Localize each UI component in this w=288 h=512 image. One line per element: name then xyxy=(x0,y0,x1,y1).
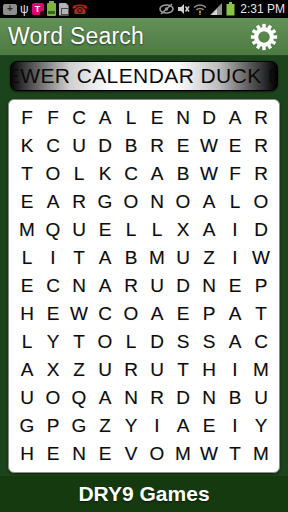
grid-cell-13-4[interactable]: E xyxy=(92,440,118,468)
grid-cell-7-4[interactable]: A xyxy=(92,272,118,300)
grid-cell-3-5[interactable]: C xyxy=(118,160,144,188)
grid-cell-1-6[interactable]: E xyxy=(144,104,170,132)
grid-cell-6-1[interactable]: L xyxy=(14,244,40,272)
grid-cell-1-10[interactable]: R xyxy=(248,104,274,132)
grid-cell-9-2[interactable]: Y xyxy=(40,328,66,356)
grid-cell-5-3[interactable]: U xyxy=(66,216,92,244)
letter-grid[interactable]: FFCALENDARKCUDBREWERTOLKCABWFREARGONOALO… xyxy=(8,99,280,473)
grid-cell-1-4[interactable]: A xyxy=(92,104,118,132)
word-ticker: EWER CALENDAR DUCK E xyxy=(10,61,278,91)
grid-cell-10-8[interactable]: H xyxy=(196,356,222,384)
grid-cell-3-4[interactable]: K xyxy=(92,160,118,188)
grid-cell-11-6[interactable]: R xyxy=(144,384,170,412)
grid-cell-4-1[interactable]: E xyxy=(14,188,40,216)
grid-cell-2-9[interactable]: E xyxy=(222,132,248,160)
grid-cell-4-9[interactable]: L xyxy=(222,188,248,216)
grid-cell-11-9[interactable]: B xyxy=(222,384,248,412)
grid-cell-1-8[interactable]: D xyxy=(196,104,222,132)
word-ticker-text: EWER CALENDAR DUCK E xyxy=(10,64,278,88)
grid-cell-8-7[interactable]: E xyxy=(170,300,196,328)
grid-cell-6-2[interactable]: I xyxy=(40,244,66,272)
grid-cell-13-6[interactable]: O xyxy=(144,440,170,468)
grid-cell-10-4[interactable]: U xyxy=(92,356,118,384)
grid-cell-8-4[interactable]: C xyxy=(92,300,118,328)
grid-cell-7-5[interactable]: R xyxy=(118,272,144,300)
grid-cell-6-8[interactable]: Z xyxy=(196,244,222,272)
grid-cell-10-10[interactable]: M xyxy=(248,356,274,384)
grid-cell-4-10[interactable]: O xyxy=(248,188,274,216)
grid-cell-13-9[interactable]: T xyxy=(222,440,248,468)
grid-cell-12-9[interactable]: I xyxy=(222,412,248,440)
grid-cell-11-2[interactable]: O xyxy=(40,384,66,412)
grid-cell-6-7[interactable]: U xyxy=(170,244,196,272)
grid-cell-10-1[interactable]: A xyxy=(14,356,40,384)
word-ticker-wrap: EWER CALENDAR DUCK E xyxy=(0,56,288,91)
grid-cell-11-5[interactable]: N xyxy=(118,384,144,412)
grid-cell-1-3[interactable]: C xyxy=(66,104,92,132)
grid-cell-7-3[interactable]: N xyxy=(66,272,92,300)
board-wrap: FFCALENDARKCUDBREWERTOLKCABWFREARGONOALO… xyxy=(0,91,288,473)
grid-cell-9-10[interactable]: C xyxy=(248,328,274,356)
grid-cell-13-10[interactable]: M xyxy=(248,440,274,468)
clock: 2:31 PM xyxy=(238,2,285,16)
grid-cell-12-10[interactable]: Y xyxy=(248,412,274,440)
grid-cell-8-2[interactable]: E xyxy=(40,300,66,328)
grid-cell-13-7[interactable]: M xyxy=(170,440,196,468)
battery-small-icon xyxy=(47,3,56,16)
grid-cell-5-7[interactable]: X xyxy=(170,216,196,244)
usb-icon: ψ xyxy=(20,3,29,16)
grid-cell-12-2[interactable]: P xyxy=(40,412,66,440)
grid-cell-9-5[interactable]: L xyxy=(118,328,144,356)
grid-cell-6-10[interactable]: W xyxy=(248,244,274,272)
grid-cell-2-1[interactable]: K xyxy=(14,132,40,160)
grid-cell-10-5[interactable]: R xyxy=(118,356,144,384)
grid-cell-9-4[interactable]: O xyxy=(92,328,118,356)
battery-icon xyxy=(226,3,235,16)
grid-cell-12-1[interactable]: G xyxy=(14,412,40,440)
grid-cell-5-6[interactable]: L xyxy=(144,216,170,244)
grid-cell-3-2[interactable]: O xyxy=(40,160,66,188)
grid-cell-12-5[interactable]: Y xyxy=(118,412,144,440)
grid-cell-9-6[interactable]: D xyxy=(144,328,170,356)
grid-cell-2-5[interactable]: B xyxy=(118,132,144,160)
grid-cell-11-3[interactable]: Q xyxy=(66,384,92,412)
grid-cell-3-8[interactable]: W xyxy=(196,160,222,188)
eye-off-icon xyxy=(159,3,174,16)
grid-cell-5-4[interactable]: E xyxy=(92,216,118,244)
grid-cell-9-3[interactable]: T xyxy=(66,328,92,356)
grid-cell-3-7[interactable]: B xyxy=(170,160,196,188)
grid-cell-12-7[interactable]: A xyxy=(170,412,196,440)
phone-icon: ☎ xyxy=(72,3,88,16)
grid-cell-2-6[interactable]: R xyxy=(144,132,170,160)
grid-cell-8-6[interactable]: A xyxy=(144,300,170,328)
grid-cell-7-6[interactable]: U xyxy=(144,272,170,300)
grid-cell-1-9[interactable]: A xyxy=(222,104,248,132)
grid-cell-2-2[interactable]: C xyxy=(40,132,66,160)
grid-cell-3-1[interactable]: T xyxy=(14,160,40,188)
grid-cell-11-1[interactable]: U xyxy=(14,384,40,412)
grid-cell-3-10[interactable]: R xyxy=(248,160,274,188)
grid-cell-5-1[interactable]: M xyxy=(14,216,40,244)
grid-cell-8-5[interactable]: O xyxy=(118,300,144,328)
grid-cell-7-1[interactable]: E xyxy=(14,272,40,300)
status-icons-right: 2:31 PM xyxy=(159,2,285,16)
grid-cell-4-3[interactable]: R xyxy=(66,188,92,216)
title-bar: Word Search xyxy=(0,18,288,56)
grid-cell-2-3[interactable]: U xyxy=(66,132,92,160)
grid-cell-10-6[interactable]: U xyxy=(144,356,170,384)
grid-cell-12-6[interactable]: I xyxy=(144,412,170,440)
grid-cell-1-2[interactable]: F xyxy=(40,104,66,132)
grid-cell-4-6[interactable]: N xyxy=(144,188,170,216)
grid-cell-5-5[interactable]: L xyxy=(118,216,144,244)
footer-label: DRY9 Games xyxy=(78,482,209,506)
grid-cell-1-5[interactable]: L xyxy=(118,104,144,132)
grid-cell-5-2[interactable]: Q xyxy=(40,216,66,244)
grid-cell-3-9[interactable]: F xyxy=(222,160,248,188)
grid-cell-9-1[interactable]: L xyxy=(14,328,40,356)
grid-cell-11-7[interactable]: D xyxy=(170,384,196,412)
grid-cell-8-3[interactable]: W xyxy=(66,300,92,328)
grid-cell-6-3[interactable]: T xyxy=(66,244,92,272)
grid-cell-3-3[interactable]: L xyxy=(66,160,92,188)
grid-cell-6-5[interactable]: B xyxy=(118,244,144,272)
grid-cell-10-3[interactable]: Z xyxy=(66,356,92,384)
grid-cell-2-7[interactable]: E xyxy=(170,132,196,160)
grid-cell-7-8[interactable]: N xyxy=(196,272,222,300)
grid-cell-3-6[interactable]: A xyxy=(144,160,170,188)
grid-cell-6-4[interactable]: A xyxy=(92,244,118,272)
grid-cell-4-2[interactable]: A xyxy=(40,188,66,216)
grid-cell-8-9[interactable]: A xyxy=(222,300,248,328)
grid-cell-4-7[interactable]: O xyxy=(170,188,196,216)
grid-cell-7-2[interactable]: C xyxy=(40,272,66,300)
grid-cell-1-7[interactable]: N xyxy=(170,104,196,132)
grid-cell-13-8[interactable]: W xyxy=(196,440,222,468)
grid-cell-11-10[interactable]: U xyxy=(248,384,274,412)
grid-cell-5-8[interactable]: A xyxy=(196,216,222,244)
grid-cell-2-4[interactable]: D xyxy=(92,132,118,160)
grid-cell-13-3[interactable]: N xyxy=(66,440,92,468)
grid-cell-6-9[interactable]: I xyxy=(222,244,248,272)
grid-cell-6-6[interactable]: M xyxy=(144,244,170,272)
grid-cell-10-2[interactable]: X xyxy=(40,356,66,384)
plus-box-icon: + xyxy=(3,4,17,15)
grid-cell-10-7[interactable]: T xyxy=(170,356,196,384)
sim-card-icon xyxy=(59,3,69,16)
grid-cell-4-5[interactable]: O xyxy=(118,188,144,216)
grid-cell-11-8[interactable]: N xyxy=(196,384,222,412)
grid-cell-7-7[interactable]: D xyxy=(170,272,196,300)
grid-cell-5-9[interactable]: I xyxy=(222,216,248,244)
tmobile-icon: T xyxy=(32,3,44,15)
grid-cell-10-9[interactable]: I xyxy=(222,356,248,384)
grid-cell-12-3[interactable]: G xyxy=(66,412,92,440)
grid-cell-8-8[interactable]: P xyxy=(196,300,222,328)
grid-cell-8-10[interactable]: T xyxy=(248,300,274,328)
signal-icon xyxy=(210,3,223,16)
footer-bar: DRY9 Games xyxy=(0,476,288,512)
status-bar: + ψ T ☎ 2:31 PM xyxy=(0,0,288,18)
mute-icon xyxy=(177,3,190,16)
grid-cell-4-4[interactable]: G xyxy=(92,188,118,216)
grid-cell-13-5[interactable]: V xyxy=(118,440,144,468)
grid-cell-13-1[interactable]: H xyxy=(14,440,40,468)
page-title: Word Search xyxy=(8,23,144,50)
grid-cell-9-8[interactable]: S xyxy=(196,328,222,356)
grid-cell-1-1[interactable]: F xyxy=(14,104,40,132)
grid-cell-7-10[interactable]: P xyxy=(248,272,274,300)
grid-cell-11-4[interactable]: A xyxy=(92,384,118,412)
grid-cell-12-8[interactable]: E xyxy=(196,412,222,440)
grid-cell-5-10[interactable]: D xyxy=(248,216,274,244)
grid-cell-7-9[interactable]: E xyxy=(222,272,248,300)
grid-cell-4-8[interactable]: A xyxy=(196,188,222,216)
grid-cell-2-10[interactable]: R xyxy=(248,132,274,160)
status-icons-left: + ψ T ☎ xyxy=(3,3,156,16)
grid-cell-2-8[interactable]: W xyxy=(196,132,222,160)
gear-icon[interactable] xyxy=(248,21,280,53)
wifi-icon xyxy=(193,3,207,16)
grid-cell-12-4[interactable]: Z xyxy=(92,412,118,440)
grid-cell-8-1[interactable]: H xyxy=(14,300,40,328)
grid-cell-13-2[interactable]: E xyxy=(40,440,66,468)
grid-cell-9-7[interactable]: S xyxy=(170,328,196,356)
grid-cell-9-9[interactable]: A xyxy=(222,328,248,356)
